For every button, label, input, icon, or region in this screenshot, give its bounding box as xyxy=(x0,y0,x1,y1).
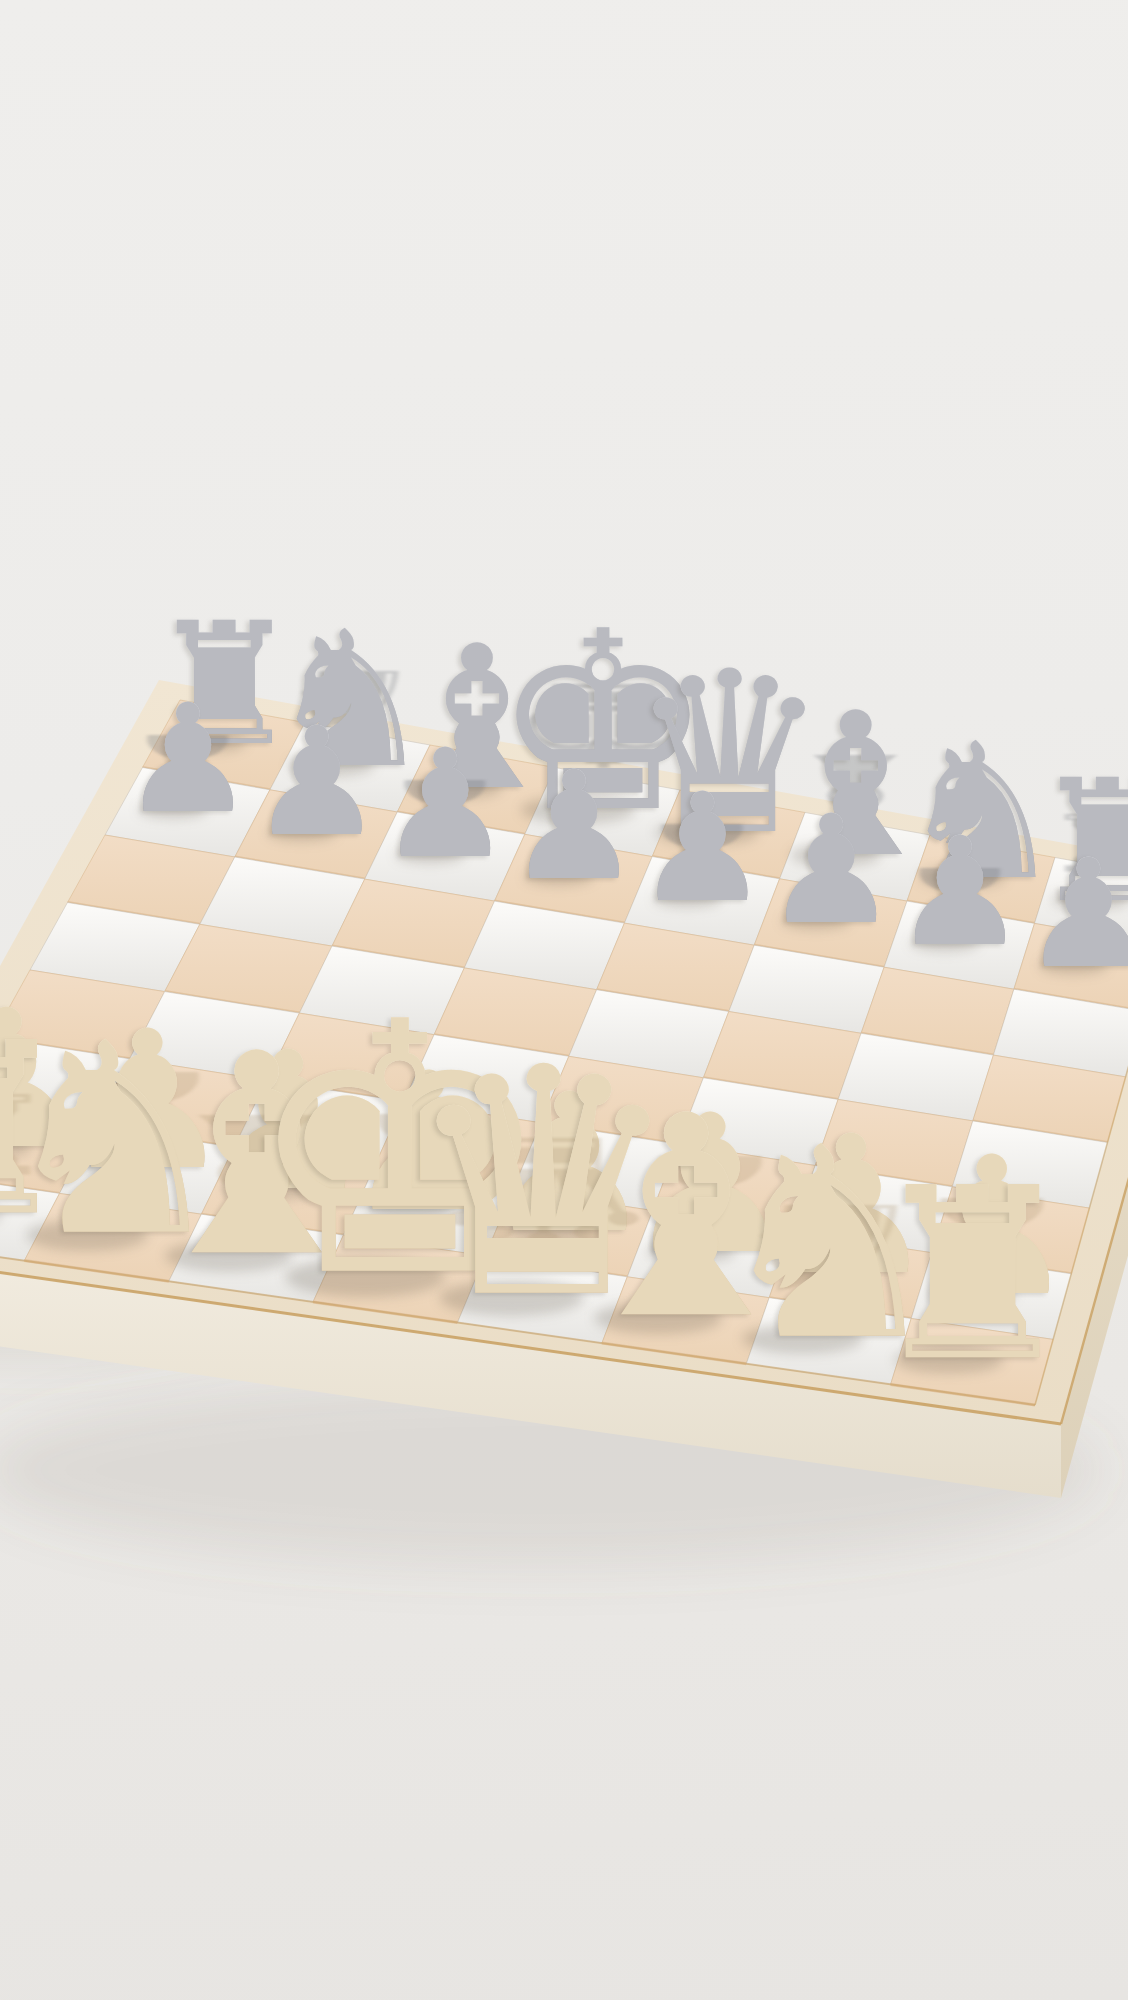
piece-wood-rook-a1[interactable]: ♜ xyxy=(866,1157,1078,1394)
piece-silver-pawn-b7[interactable]: ♟ xyxy=(893,817,1027,967)
piece-silver-pawn-d7[interactable]: ♟ xyxy=(635,773,769,923)
pieces-layer: ♜♞♞♝♚♚♛♝♝♞♜♜♟♟♟♟♟♟♟♟♟♟♟♟♟♟♟♟♟♟♟♟♟♟♟♟♜♜♞♝… xyxy=(0,0,1128,2000)
piece-silver-pawn-f7[interactable]: ♟ xyxy=(378,729,512,879)
piece-silver-pawn-a7[interactable]: ♟ xyxy=(1021,839,1128,989)
piece-silver-pawn-g7[interactable]: ♟ xyxy=(249,707,383,857)
product-photo-stage: ♜♞♞♝♚♚♛♝♝♞♜♜♟♟♟♟♟♟♟♟♟♟♟♟♟♟♟♟♟♟♟♟♟♟♟♟♜♜♞♝… xyxy=(0,0,1128,2000)
piece-silver-pawn-c7[interactable]: ♟ xyxy=(764,795,898,945)
piece-silver-pawn-h7[interactable]: ♟ xyxy=(121,684,255,834)
piece-silver-pawn-e7[interactable]: ♟ xyxy=(507,751,641,901)
